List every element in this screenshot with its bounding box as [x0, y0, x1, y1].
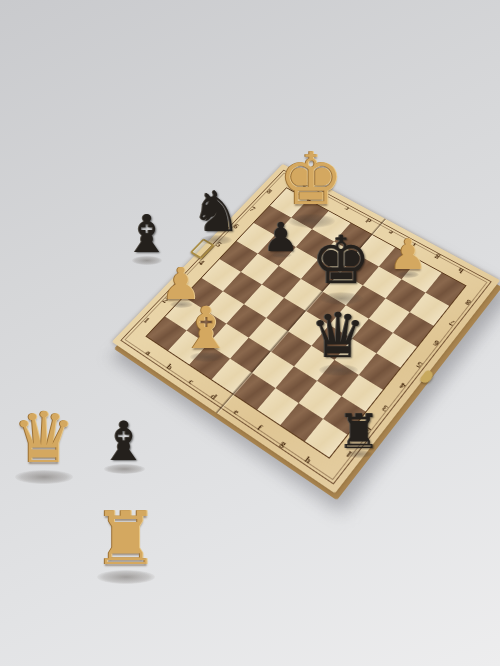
piece-white-king-d8[interactable]: ♚ [266, 137, 356, 222]
piece-black-bishop-b5[interactable]: ♝ [102, 207, 192, 261]
captured-white-rook-captured[interactable]: ♜ [81, 498, 171, 578]
piece-black-rook-h2[interactable]: ♜ [314, 407, 404, 455]
piece-white-bishop-d3[interactable]: ♝ [161, 298, 251, 358]
piece-black-king-e5[interactable]: ♚ [296, 222, 386, 300]
scene: abcdefgh abcdefgh 87654321 87654321 ♚♟♞♝… [0, 0, 500, 666]
captured-white-queen-captured[interactable]: ♛ [0, 398, 89, 478]
piece-black-queen-f4[interactable]: ♛ [293, 301, 383, 371]
captured-black-bishop-captured[interactable]: ♝ [79, 413, 169, 470]
